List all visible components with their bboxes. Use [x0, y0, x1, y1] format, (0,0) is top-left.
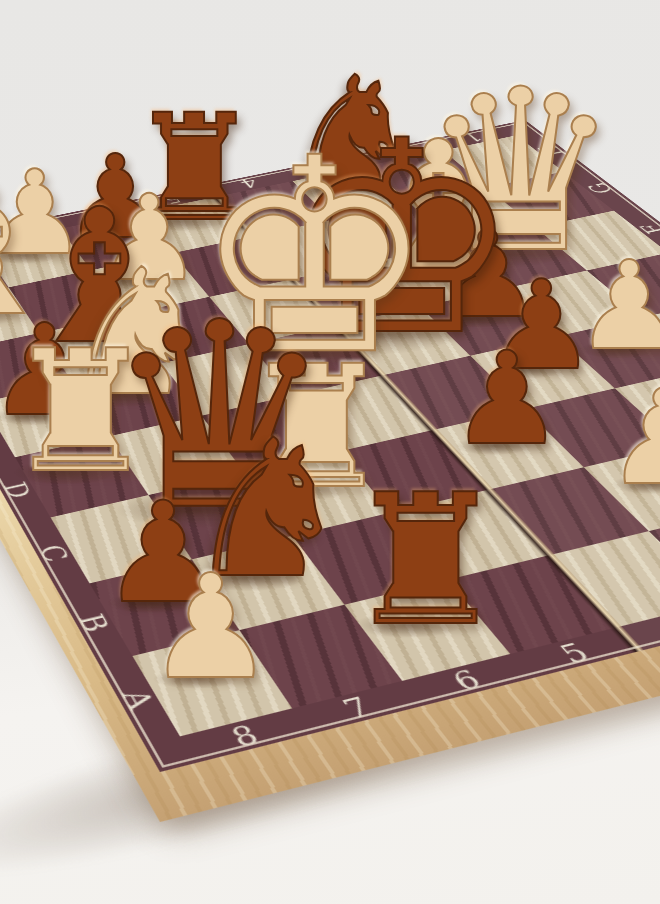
piece-white-pawn-b3: ♟ [605, 372, 660, 503]
chess-set-photo: 8877665544332211HHGGFFEEDDCCBBAA ♞♜♟♛♟♝♟… [0, 0, 660, 904]
piece-black-rook-a6: ♜ [344, 470, 506, 651]
piece-black-pawn-c4: ♟ [449, 336, 564, 464]
piece-white-pawn-a8: ♟ [146, 555, 275, 699]
pieces-layer: ♞♜♟♛♟♝♟♝♟♚♝♟♚♟♞♟♟♜♟♜♛♞♟♜♟ [0, 0, 660, 904]
